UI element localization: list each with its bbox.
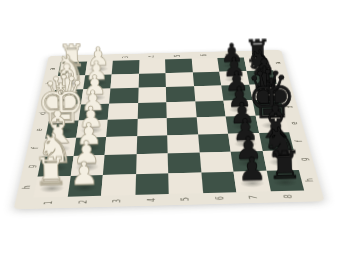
rank-label: 7 <box>222 48 237 61</box>
square-g4[interactable] <box>136 153 169 173</box>
square-h5[interactable] <box>168 172 202 194</box>
square-c5[interactable] <box>166 86 195 102</box>
rank-label: 4 <box>145 50 158 63</box>
piece-black-rook[interactable]: ♜ <box>251 145 320 185</box>
square-b4[interactable] <box>138 73 166 88</box>
rank-label: 3 <box>119 51 133 64</box>
square-e4[interactable] <box>137 118 167 136</box>
rank-label: 6 <box>197 49 212 62</box>
rank-label: 8 <box>248 47 264 60</box>
board-perspective-wrapper: 12345678 12345678 abcdefgh abcdefgh ♜♟♟♜… <box>0 0 340 259</box>
square-c4[interactable] <box>138 87 167 103</box>
square-e5[interactable] <box>167 117 198 135</box>
piece-white-pawn[interactable]: ♟ <box>50 157 119 191</box>
square-h4[interactable] <box>135 173 169 195</box>
square-g5[interactable] <box>168 153 201 173</box>
square-d4[interactable] <box>137 102 166 119</box>
rank-label: 1 <box>66 52 81 65</box>
square-d5[interactable] <box>166 101 196 118</box>
square-h2[interactable]: ♟ <box>67 175 103 197</box>
product-photo-scene: 12345678 12345678 abcdefgh abcdefgh ♜♟♟♜… <box>0 0 340 259</box>
board-squares: ♜♟♟♜♞♟♟♞♝♟♟♝♛♟♟♛♚♟♟♚♝♟♟♝♞♟♟♞♜♟♟♜ <box>33 57 304 198</box>
square-f5[interactable] <box>167 134 199 153</box>
square-f4[interactable] <box>136 135 168 154</box>
rank-label: 2 <box>93 51 108 64</box>
chess-board-mat: 12345678 12345678 abcdefgh abcdefgh ♜♟♟♜… <box>14 50 325 209</box>
rank-label: 5 <box>171 49 185 62</box>
square-b5[interactable] <box>165 72 193 87</box>
square-h8[interactable]: ♜ <box>266 170 304 192</box>
